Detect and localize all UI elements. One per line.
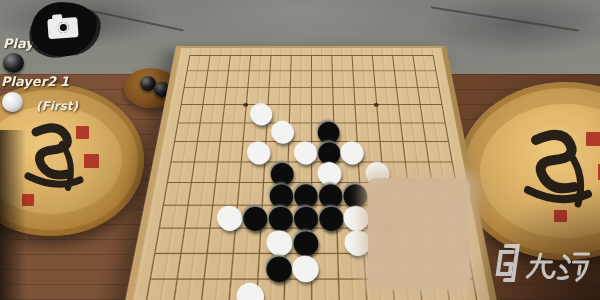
star-point bbox=[374, 103, 379, 106]
jiuyou-watermark-logo: 九游 bbox=[492, 244, 596, 296]
star-point bbox=[309, 160, 314, 164]
left-shadow bbox=[0, 130, 26, 300]
star-point bbox=[232, 226, 237, 230]
white-stone-icon bbox=[2, 92, 23, 112]
game-scene: ●●●●●●●●●●●●●●●●●●●●●●●●●● Player1 0 Pla… bbox=[0, 0, 600, 300]
star-point bbox=[243, 103, 248, 106]
player2-score: 1 bbox=[60, 74, 69, 89]
player2-label: Player2 bbox=[1, 74, 56, 89]
black-stone-icon bbox=[3, 53, 24, 73]
first-player-badge: (First) bbox=[36, 99, 78, 113]
